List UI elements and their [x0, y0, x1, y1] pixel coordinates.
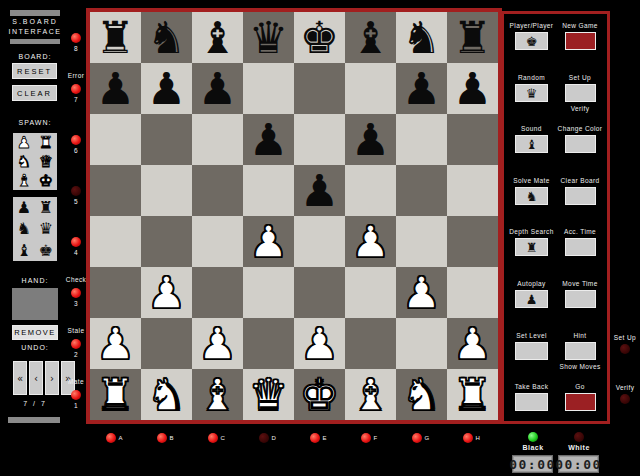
piece-black-knight: ♞ [396, 12, 447, 63]
undo-back-button[interactable]: ‹ [29, 361, 43, 395]
undo-first-button[interactable]: « [13, 361, 27, 395]
piece-black-rook: ♜ [447, 12, 498, 63]
clear-board-button[interactable] [565, 187, 596, 205]
square-c3[interactable] [192, 267, 243, 318]
status-label-set-up: Set Up [610, 334, 640, 341]
square-b8[interactable]: ♞ [141, 12, 192, 63]
file-label-a: A [119, 435, 123, 441]
square-b2[interactable] [141, 318, 192, 369]
square-a7[interactable]: ♟ [90, 63, 141, 114]
sidebar-bottom-divider [8, 417, 60, 423]
piece-black-knight: ♞ [141, 12, 192, 63]
app-title-line2: INTERFACE [6, 28, 64, 35]
piece-black-pawn: ♟ [141, 63, 192, 114]
black-clock-label: Black [512, 444, 554, 451]
square-h6[interactable] [447, 114, 498, 165]
panel-label-change-color: Change Color [556, 125, 604, 132]
file-led-d [259, 433, 269, 443]
spawn-white-bishop[interactable]: ♝ [17, 171, 31, 190]
panel-label-take-back: Take Back [508, 383, 555, 390]
square-c8[interactable]: ♝ [192, 12, 243, 63]
panel-label-show-moves: Show Moves [556, 363, 604, 370]
set-level-button[interactable] [515, 342, 548, 360]
rank-led-1 [71, 390, 81, 400]
white-clock: 00:00 [558, 455, 599, 473]
square-d2[interactable] [243, 318, 294, 369]
spawn-white-king[interactable]: ♚ [39, 171, 53, 190]
square-d7[interactable] [243, 63, 294, 114]
piece-white-rook: ♜ [447, 369, 498, 420]
king-icon: ♚ [526, 35, 538, 48]
square-e7[interactable] [294, 63, 345, 114]
panel-label-random: Random [508, 74, 555, 81]
square-f7[interactable] [345, 63, 396, 114]
spawn-black-knight[interactable]: ♞ [17, 219, 31, 238]
solve-mate-button[interactable]: ♞ [515, 187, 548, 205]
square-g7[interactable]: ♟ [396, 63, 447, 114]
panel-label-player-player: Player/Player [508, 22, 555, 29]
square-f4[interactable]: ♟ [345, 216, 396, 267]
autoplay-button[interactable]: ♟ [515, 290, 548, 308]
reset-button[interactable]: RESET [12, 63, 57, 79]
square-h2[interactable]: ♟ [447, 318, 498, 369]
piece-white-pawn: ♟ [345, 216, 396, 267]
panel-label-set-level: Set Level [508, 332, 555, 339]
player-player-button[interactable]: ♚ [515, 32, 548, 50]
square-a3[interactable] [90, 267, 141, 318]
hint-button[interactable] [565, 342, 596, 360]
status-led-verify [620, 394, 630, 404]
clear-button[interactable]: CLEAR [12, 85, 57, 101]
panel-label-clear-board: Clear Board [556, 177, 604, 184]
chess-board: ♜♞♝♛♚♝♞♜♟♟♟♟♟♟♟♟♟♟♟♟♟♟♟♟♜♞♝♛♚♝♞♜ [86, 8, 502, 424]
hand-box[interactable] [12, 288, 58, 320]
square-a8[interactable]: ♜ [90, 12, 141, 63]
spawn-palette-white: ♟♜♞♛♝♚ [13, 133, 57, 190]
square-g1[interactable]: ♞ [396, 369, 447, 420]
square-c7[interactable]: ♟ [192, 63, 243, 114]
square-b1[interactable]: ♞ [141, 369, 192, 420]
file-led-f [361, 433, 371, 443]
square-h4[interactable] [447, 216, 498, 267]
spawn-black-queen[interactable]: ♛ [39, 219, 53, 238]
square-a4[interactable] [90, 216, 141, 267]
file-label-b: B [170, 435, 174, 441]
spawn-black-bishop[interactable]: ♝ [17, 241, 31, 260]
piece-white-knight: ♞ [396, 369, 447, 420]
queen-icon: ♛ [526, 87, 538, 100]
piece-white-pawn: ♟ [396, 267, 447, 318]
hand-section-label: HAND: [6, 277, 64, 284]
rank-led-7 [71, 84, 81, 94]
piece-white-queen: ♛ [243, 369, 294, 420]
spawn-white-rook[interactable]: ♜ [39, 133, 53, 152]
square-d4[interactable]: ♟ [243, 216, 294, 267]
remove-button[interactable]: REMOVE [12, 325, 58, 340]
piece-white-bishop: ♝ [345, 369, 396, 420]
piece-black-bishop: ♝ [345, 12, 396, 63]
sound-button[interactable]: ♝ [515, 135, 548, 153]
app-title-line1: S.BOARD [6, 18, 64, 25]
bishop-icon: ♝ [526, 138, 538, 151]
piece-white-pawn: ♟ [243, 216, 294, 267]
panel-label-go: Go [556, 383, 604, 390]
square-a5[interactable] [90, 165, 141, 216]
square-f1[interactable]: ♝ [345, 369, 396, 420]
pawn-icon: ♟ [526, 293, 538, 306]
square-f2[interactable] [345, 318, 396, 369]
piece-white-pawn: ♟ [294, 318, 345, 369]
file-label-h: H [476, 435, 481, 441]
square-f8[interactable]: ♝ [345, 12, 396, 63]
square-h8[interactable]: ♜ [447, 12, 498, 63]
piece-black-rook: ♜ [90, 12, 141, 63]
square-d8[interactable]: ♛ [243, 12, 294, 63]
square-d5[interactable] [243, 165, 294, 216]
rank-led-4 [71, 237, 81, 247]
panel-label-sound: Sound [508, 125, 555, 132]
square-g8[interactable]: ♞ [396, 12, 447, 63]
piece-black-pawn: ♟ [90, 63, 141, 114]
square-d3[interactable] [243, 267, 294, 318]
panel-label-acc-time: Acc. Time [556, 228, 604, 235]
piece-black-king: ♚ [294, 12, 345, 63]
file-label-d: D [272, 435, 277, 441]
file-led-b [157, 433, 167, 443]
panel-label-depth-search: Depth Search [508, 228, 555, 235]
square-g6[interactable] [396, 114, 447, 165]
square-h1[interactable]: ♜ [447, 369, 498, 420]
square-g3[interactable]: ♟ [396, 267, 447, 318]
panel-label-verify: Verify [556, 105, 604, 112]
spawn-white-queen[interactable]: ♛ [39, 152, 53, 171]
square-e4[interactable] [294, 216, 345, 267]
square-e2[interactable]: ♟ [294, 318, 345, 369]
piece-black-bishop: ♝ [192, 12, 243, 63]
rook-icon: ♜ [526, 241, 538, 254]
piece-white-knight: ♞ [141, 369, 192, 420]
piece-white-bishop: ♝ [192, 369, 243, 420]
square-d1[interactable]: ♛ [243, 369, 294, 420]
square-f3[interactable] [345, 267, 396, 318]
panel-label-new-game: New Game [556, 22, 604, 29]
acc-time-button[interactable] [565, 238, 596, 256]
piece-black-queen: ♛ [243, 12, 294, 63]
square-a6[interactable] [90, 114, 141, 165]
square-f6[interactable]: ♟ [345, 114, 396, 165]
square-g2[interactable] [396, 318, 447, 369]
square-b5[interactable] [141, 165, 192, 216]
depth-search-button[interactable]: ♜ [515, 238, 548, 256]
piece-white-pawn: ♟ [447, 318, 498, 369]
square-d6[interactable]: ♟ [243, 114, 294, 165]
square-c4[interactable] [192, 216, 243, 267]
file-led-h [463, 433, 473, 443]
panel-label-solve-mate: Solve Mate [508, 177, 555, 184]
square-g4[interactable] [396, 216, 447, 267]
square-b4[interactable] [141, 216, 192, 267]
black-clock: 00:00 [512, 455, 553, 473]
square-h7[interactable]: ♟ [447, 63, 498, 114]
square-c6[interactable] [192, 114, 243, 165]
rank-led-5 [71, 186, 81, 196]
piece-black-pawn: ♟ [294, 165, 345, 216]
spawn-black-king[interactable]: ♚ [39, 241, 53, 260]
square-f5[interactable] [345, 165, 396, 216]
panel-label-autoplay: Autoplay [508, 280, 555, 287]
spawn-black-pawn[interactable]: ♟ [17, 198, 31, 217]
sidebar-title-divider [10, 39, 60, 44]
spawn-section-label: SPAWN: [6, 119, 64, 126]
undo-forward-button[interactable]: › [45, 361, 59, 395]
square-e6[interactable] [294, 114, 345, 165]
piece-white-king: ♚ [294, 369, 345, 420]
status-led-set-up [620, 344, 630, 354]
square-c2[interactable]: ♟ [192, 318, 243, 369]
move-time-button[interactable] [565, 290, 596, 308]
board-section-label: BOARD: [6, 53, 64, 60]
square-c5[interactable] [192, 165, 243, 216]
spawn-white-pawn[interactable]: ♟ [17, 133, 31, 152]
sidebar-top-divider [10, 10, 60, 16]
knight-icon: ♞ [526, 190, 538, 203]
control-panel: Player/Player♚New GameRandom♛Set UpVerif… [501, 11, 610, 424]
square-b6[interactable] [141, 114, 192, 165]
undo-section-label: UNDO: [6, 344, 64, 351]
rank-led-8 [71, 33, 81, 43]
square-e3[interactable] [294, 267, 345, 318]
set-up-button[interactable] [565, 84, 596, 102]
square-g5[interactable] [396, 165, 447, 216]
white-turn-led [574, 432, 584, 442]
panel-label-set-up: Set Up [556, 74, 604, 81]
piece-black-pawn: ♟ [192, 63, 243, 114]
take-back-button[interactable] [515, 393, 548, 411]
square-h3[interactable] [447, 267, 498, 318]
file-label-g: G [425, 435, 430, 441]
file-label-e: E [323, 435, 327, 441]
square-c1[interactable]: ♝ [192, 369, 243, 420]
file-led-a [106, 433, 116, 443]
piece-white-pawn: ♟ [90, 318, 141, 369]
rank-led-3 [71, 288, 81, 298]
file-led-g [412, 433, 422, 443]
panel-label-move-time: Move Time [556, 280, 604, 287]
file-led-e [310, 433, 320, 443]
go-button[interactable] [565, 393, 596, 411]
spawn-palette-black: ♟♜♞♛♝♚ [13, 197, 57, 261]
square-b3[interactable]: ♟ [141, 267, 192, 318]
undo-controls: «‹›» [13, 361, 59, 395]
new-game-button[interactable] [565, 32, 596, 50]
file-label-f: F [374, 435, 378, 441]
piece-black-pawn: ♟ [243, 114, 294, 165]
piece-black-pawn: ♟ [345, 114, 396, 165]
piece-white-pawn: ♟ [192, 318, 243, 369]
spawn-white-knight[interactable]: ♞ [17, 152, 31, 171]
square-a2[interactable]: ♟ [90, 318, 141, 369]
file-led-c [208, 433, 218, 443]
piece-white-rook: ♜ [90, 369, 141, 420]
status-label-verify: Verify [610, 384, 640, 391]
square-e8[interactable]: ♚ [294, 12, 345, 63]
spawn-black-rook[interactable]: ♜ [39, 198, 53, 217]
black-turn-led [528, 432, 538, 442]
square-e1[interactable]: ♚ [294, 369, 345, 420]
piece-white-pawn: ♟ [141, 267, 192, 318]
white-clock-label: White [558, 444, 600, 451]
panel-label-hint: Hint [556, 332, 604, 339]
random-button[interactable]: ♛ [515, 84, 548, 102]
file-label-c: C [221, 435, 226, 441]
piece-black-pawn: ♟ [447, 63, 498, 114]
square-b7[interactable]: ♟ [141, 63, 192, 114]
change-color-button[interactable] [565, 135, 596, 153]
square-h5[interactable] [447, 165, 498, 216]
rank-led-6 [71, 135, 81, 145]
rank-led-2 [71, 339, 81, 349]
undo-counter: 7 / 7 [6, 400, 64, 407]
square-e5[interactable]: ♟ [294, 165, 345, 216]
square-a1[interactable]: ♜ [90, 369, 141, 420]
piece-black-pawn: ♟ [396, 63, 447, 114]
